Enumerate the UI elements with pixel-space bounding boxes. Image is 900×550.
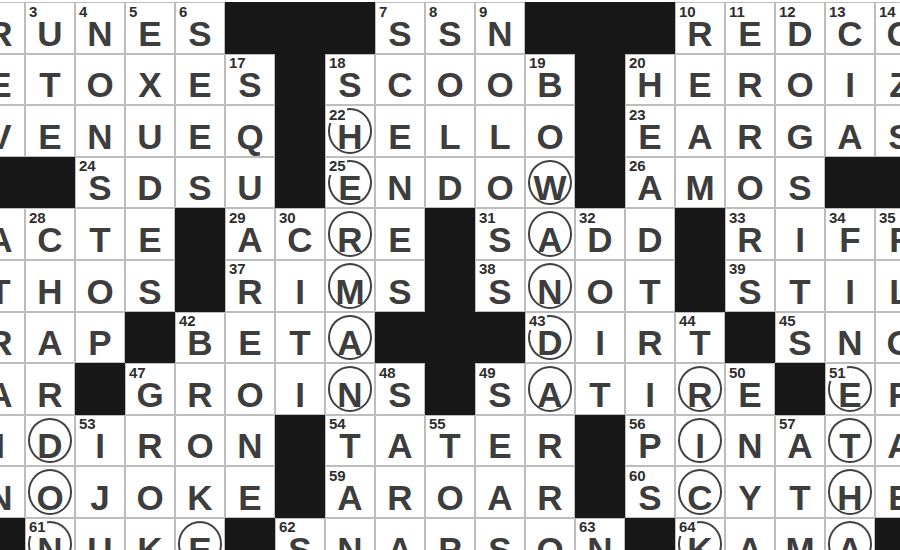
cell-r2-c8[interactable]: C (375, 54, 425, 106)
cell-r11-c7[interactable]: N (325, 518, 375, 550)
cell-r6-c7[interactable]: M (325, 260, 375, 312)
cell-r1-c1[interactable]: 3U (25, 2, 75, 54)
cell-letter: S (188, 170, 211, 205)
cell-r5-c12[interactable]: 32D (575, 208, 625, 260)
clue-number: 48 (379, 365, 397, 382)
cell-letter: D (637, 222, 662, 257)
cell-r9-c11[interactable]: R (525, 415, 575, 467)
cell-r11-c1[interactable]: 61N (25, 518, 75, 550)
cell-r4-c2[interactable]: 24S (75, 157, 125, 209)
cell-letter: R (537, 428, 562, 463)
cell-r10-c4[interactable]: K (175, 466, 225, 518)
cell-r9-c10[interactable]: E (475, 415, 525, 467)
cell-r7-c12[interactable]: I (575, 312, 625, 364)
cell-letter: E (738, 16, 761, 51)
cell-r6-c15[interactable]: 39S (725, 260, 775, 312)
cell-letter: R (687, 16, 712, 51)
cell-r4-c12 (575, 157, 625, 209)
cell-r1-c17[interactable]: 13C (825, 2, 875, 54)
cell-r10-c3[interactable]: O (125, 466, 175, 518)
cell-r11-c8[interactable]: A (375, 518, 425, 550)
cell-letter: K (137, 532, 162, 550)
cell-r6-c8[interactable]: S (375, 260, 425, 312)
cell-r7-c8 (375, 312, 425, 364)
cell-r2-c7[interactable]: 18S (325, 54, 375, 106)
cell-r6-c12[interactable]: O (575, 260, 625, 312)
cell-r2-c9[interactable]: O (425, 54, 475, 106)
cell-letter: A (37, 325, 62, 360)
cell-r3-c13[interactable]: 23E (625, 105, 675, 157)
clue-number: 45 (779, 313, 797, 330)
clue-number: 11 (729, 4, 746, 21)
cell-letter: E (388, 222, 411, 257)
cell-r3-c12 (575, 105, 625, 157)
cell-letter: H (837, 480, 862, 515)
cell-r3-c11[interactable]: O (525, 105, 575, 157)
cell-letter: R (637, 325, 662, 360)
cell-letter: N (537, 274, 562, 309)
clue-number: 26 (629, 158, 647, 175)
cell-r6-c13[interactable]: T (625, 260, 675, 312)
cell-r3-c17[interactable]: A (825, 105, 875, 157)
cell-letter: S (888, 119, 900, 154)
cell-r10-c11[interactable]: R (525, 466, 575, 518)
cell-r4-c6 (275, 157, 325, 209)
cell-letter: A (737, 532, 762, 550)
cell-letter: T (689, 325, 710, 360)
cell-letter: R (737, 119, 762, 154)
cell-r1-c5 (225, 2, 275, 54)
cell-letter: M (685, 170, 714, 205)
clue-number: 6 (179, 4, 188, 21)
cell-letter: N (337, 532, 362, 550)
clue-number: 24 (79, 158, 97, 175)
cell-letter: N (387, 170, 412, 205)
cell-letter: N (237, 428, 262, 463)
cell-r2-c16[interactable]: O (775, 54, 825, 106)
cell-letter: A (887, 428, 900, 463)
cell-letter: T (439, 428, 460, 463)
cell-r11-c4[interactable]: E (175, 518, 225, 550)
cell-r4-c14[interactable]: M (675, 157, 725, 209)
cell-r9-c18[interactable]: A (875, 415, 900, 467)
cell-r9-c1[interactable]: D (25, 415, 75, 467)
cell-r10-c15[interactable]: Y (725, 466, 775, 518)
cell-r5-c5[interactable]: 29A (225, 208, 275, 260)
cell-r9-c16[interactable]: 57A (775, 415, 825, 467)
cell-r9-c8[interactable]: A (375, 415, 425, 467)
cell-letter: N (837, 325, 862, 360)
cell-letter: H (37, 274, 62, 309)
cell-r9-c12 (575, 415, 625, 467)
cell-letter: N (87, 119, 112, 154)
cell-letter: O (186, 428, 213, 463)
cell-r1-c9[interactable]: 8S (425, 2, 475, 54)
cell-letter: F (839, 222, 860, 257)
cell-r11-c6[interactable]: 62S (275, 518, 325, 550)
cell-r2-c0[interactable]: E (0, 54, 25, 106)
cell-r7-c17[interactable]: N (825, 312, 875, 364)
cell-r10-c7[interactable]: 59A (325, 466, 375, 518)
cell-r1-c8[interactable]: 7S (375, 2, 425, 54)
cell-r4-c13[interactable]: 26A (625, 157, 675, 209)
cell-letter: H (637, 67, 662, 102)
cell-r5-c8[interactable]: E (375, 208, 425, 260)
cell-r6-c17[interactable]: I (825, 260, 875, 312)
cell-r9-c7[interactable]: 54T (325, 415, 375, 467)
cell-r1-c11 (525, 2, 575, 54)
clue-number: 14 (879, 4, 897, 21)
cell-r5-c3[interactable]: E (125, 208, 175, 260)
cell-r11-c14[interactable]: 64K (675, 518, 725, 550)
cell-r8-c5[interactable]: O (225, 363, 275, 415)
cell-r8-c1[interactable]: R (25, 363, 75, 415)
cell-r11-c15[interactable]: A (725, 518, 775, 550)
cell-r8-c17[interactable]: 51E (825, 363, 875, 415)
clue-number: 38 (479, 261, 497, 278)
cell-r4-c0 (0, 157, 25, 209)
cell-r6-c6[interactable]: I (275, 260, 325, 312)
cell-r5-c6[interactable]: 30C (275, 208, 325, 260)
cell-r2-c5[interactable]: 17S (225, 54, 275, 106)
cell-r6-c10[interactable]: 38S (475, 260, 525, 312)
cell-r5-c17[interactable]: 34F (825, 208, 875, 260)
cell-r8-c8[interactable]: 48S (375, 363, 425, 415)
cell-r3-c16[interactable]: G (775, 105, 825, 157)
cell-r7-c18[interactable]: O (875, 312, 900, 364)
cell-r2-c10[interactable]: O (475, 54, 525, 106)
cell-r3-c5[interactable]: Q (225, 105, 275, 157)
cell-r2-c4[interactable]: E (175, 54, 225, 106)
cell-letter: L (439, 119, 460, 154)
cell-letter: O (86, 67, 113, 102)
cell-r6-c9 (425, 260, 475, 312)
cell-r10-c5[interactable]: E (225, 466, 275, 518)
cell-r2-c1[interactable]: T (25, 54, 75, 106)
cell-r3-c1[interactable]: E (25, 105, 75, 157)
cell-r7-c5[interactable]: E (225, 312, 275, 364)
cell-r8-c12[interactable]: T (575, 363, 625, 415)
cell-letter: D (587, 222, 612, 257)
cell-r5-c15[interactable]: 33R (725, 208, 775, 260)
cell-letter: O (36, 480, 63, 515)
cell-r10-c16[interactable]: T (775, 466, 825, 518)
cell-r10-c8[interactable]: R (375, 466, 425, 518)
cell-r10-c14[interactable]: C (675, 466, 725, 518)
cell-r6-c11[interactable]: N (525, 260, 575, 312)
clue-number: 37 (229, 261, 247, 278)
clue-number: 53 (79, 416, 97, 433)
cell-letter: O (136, 480, 163, 515)
cell-letter: F (889, 222, 900, 257)
cell-letter: V (0, 119, 12, 154)
cell-letter: C (837, 16, 862, 51)
cell-letter: O (436, 67, 463, 102)
cell-letter: I (845, 274, 855, 309)
cell-letter: E (338, 170, 361, 205)
cell-r8-c14[interactable]: R (675, 363, 725, 415)
cell-r9-c6 (275, 415, 325, 467)
cell-r8-c18[interactable]: P (875, 363, 900, 415)
cell-r10-c13[interactable]: 60S (625, 466, 675, 518)
cell-letter: P (88, 325, 111, 360)
cell-r4-c9[interactable]: D (425, 157, 475, 209)
cell-letter: A (387, 428, 412, 463)
cell-r8-c6[interactable]: I (275, 363, 325, 415)
cell-r8-c7[interactable]: N (325, 363, 375, 415)
cell-letter: E (638, 119, 661, 154)
cell-r2-c17[interactable]: I (825, 54, 875, 106)
cell-r1-c2[interactable]: 4N (75, 2, 125, 54)
clue-number: 19 (529, 55, 547, 72)
cell-r5-c11[interactable]: A (525, 208, 575, 260)
cell-r7-c13[interactable]: R (625, 312, 675, 364)
cell-r1-c0[interactable]: R (0, 2, 25, 54)
cell-r8-c11[interactable]: A (525, 363, 575, 415)
clue-number: 25 (329, 158, 347, 175)
cell-r5-c16[interactable]: I (775, 208, 825, 260)
cell-r4-c3[interactable]: D (125, 157, 175, 209)
clue-number: 54 (329, 416, 347, 433)
cell-r11-c17[interactable]: A (825, 518, 875, 550)
cell-letter: G (786, 119, 813, 154)
cell-r3-c3[interactable]: U (125, 105, 175, 157)
cell-r4-c15[interactable]: O (725, 157, 775, 209)
cell-r2-c13[interactable]: 20H (625, 54, 675, 106)
cell-letter: E (188, 67, 211, 102)
cell-r10-c18[interactable]: E (875, 466, 900, 518)
cell-letter: O (486, 67, 513, 102)
cell-letter: O (536, 119, 563, 154)
cell-letter: R (387, 480, 412, 515)
cell-r3-c10[interactable]: L (475, 105, 525, 157)
cell-r3-c7[interactable]: 22H (325, 105, 375, 157)
cell-r2-c15[interactable]: R (725, 54, 775, 106)
cell-r7-c14[interactable]: 44T (675, 312, 725, 364)
cell-r5-c4 (175, 208, 225, 260)
cell-r4-c8[interactable]: N (375, 157, 425, 209)
cell-r10-c9[interactable]: O (425, 466, 475, 518)
cell-letter: R (0, 325, 13, 360)
cell-letter: N (0, 480, 13, 515)
cell-r4-c16[interactable]: S (775, 157, 825, 209)
cell-r11-c5 (225, 518, 275, 550)
cell-r1-c18[interactable]: 14O (875, 2, 900, 54)
cell-r4-c4[interactable]: S (175, 157, 225, 209)
cell-r1-c14[interactable]: 10R (675, 2, 725, 54)
cell-r1-c15[interactable]: 11E (725, 2, 775, 54)
cell-r1-c4[interactable]: 6S (175, 2, 225, 54)
clue-number: 18 (329, 55, 347, 72)
clue-number: 64 (679, 519, 697, 536)
cell-r5-c1[interactable]: 28C (25, 208, 75, 260)
cell-r3-c8[interactable]: E (375, 105, 425, 157)
cell-r9-c14[interactable]: I (675, 415, 725, 467)
cell-r2-c2[interactable]: O (75, 54, 125, 106)
cell-r2-c14[interactable]: E (675, 54, 725, 106)
cell-r8-c3[interactable]: 47G (125, 363, 175, 415)
cell-r9-c0[interactable]: I (0, 415, 25, 467)
cell-r11-c16[interactable]: M (775, 518, 825, 550)
clue-number: 60 (629, 468, 647, 485)
cell-letter: A (487, 480, 512, 515)
cell-r8-c10[interactable]: 49S (475, 363, 525, 415)
clue-number: 28 (29, 210, 47, 227)
cell-letter: E (388, 119, 411, 154)
cell-letter: T (339, 428, 360, 463)
cell-letter: I (645, 377, 655, 412)
cell-letter: R (237, 274, 262, 309)
cell-letter: O (786, 67, 813, 102)
clue-number: 13 (829, 4, 847, 21)
cell-r5-c2[interactable]: T (75, 208, 125, 260)
cell-r8-c0[interactable]: A (0, 363, 25, 415)
cell-letter: C (687, 480, 712, 515)
cell-letter: O (86, 274, 113, 309)
cell-r7-c6[interactable]: T (275, 312, 325, 364)
cell-r8-c13[interactable]: I (625, 363, 675, 415)
cell-letter: A (387, 532, 412, 550)
cell-r6-c0[interactable]: T (0, 260, 25, 312)
clue-number: 44 (679, 313, 697, 330)
cell-letter: D (787, 16, 812, 51)
cell-r11-c10[interactable]: S (475, 518, 525, 550)
cell-r10-c17[interactable]: H (825, 466, 875, 518)
cell-letter: H (337, 119, 362, 154)
cell-r11-c13 (625, 518, 675, 550)
cell-r1-c16[interactable]: 12D (775, 2, 825, 54)
cell-letter: X (138, 67, 161, 102)
clue-number: 20 (629, 55, 647, 72)
cell-r4-c5[interactable]: U (225, 157, 275, 209)
cell-letter: A (687, 119, 712, 154)
cell-r9-c4[interactable]: O (175, 415, 225, 467)
cell-r8-c15[interactable]: 50E (725, 363, 775, 415)
cell-r11-c2[interactable]: U (75, 518, 125, 550)
clue-number: 10 (679, 4, 697, 21)
cell-r3-c9[interactable]: L (425, 105, 475, 157)
cell-letter: M (785, 532, 814, 550)
cell-r2-c11[interactable]: 19B (525, 54, 575, 106)
cell-letter: W (533, 170, 566, 205)
cell-r11-c12[interactable]: 63N (575, 518, 625, 550)
cell-r8-c4[interactable]: R (175, 363, 225, 415)
cell-letter: E (38, 119, 61, 154)
cell-r10-c0[interactable]: N (0, 466, 25, 518)
cell-r3-c2[interactable]: N (75, 105, 125, 157)
cell-r3-c15[interactable]: R (725, 105, 775, 157)
cell-r7-c0[interactable]: R (0, 312, 25, 364)
cell-r11-c3[interactable]: K (125, 518, 175, 550)
clue-number: 23 (629, 107, 647, 124)
cell-r6-c2[interactable]: O (75, 260, 125, 312)
cell-r8-c16 (775, 363, 825, 415)
cell-r11-c11[interactable]: O (525, 518, 575, 550)
cell-letter: T (789, 274, 810, 309)
cell-r10-c1[interactable]: O (25, 466, 75, 518)
cell-r5-c0[interactable]: A (0, 208, 25, 260)
cell-r7-c1[interactable]: A (25, 312, 75, 364)
cell-r9-c17[interactable]: T (825, 415, 875, 467)
clue-number: 31 (479, 210, 497, 227)
cell-r3-c4[interactable]: E (175, 105, 225, 157)
cell-letter: O (736, 170, 763, 205)
cell-r5-c14 (675, 208, 725, 260)
clue-number: 42 (179, 313, 197, 330)
cell-r9-c2[interactable]: 53I (75, 415, 125, 467)
cell-r5-c13[interactable]: D (625, 208, 675, 260)
cell-letter: T (289, 325, 310, 360)
cell-r4-c11[interactable]: W (525, 157, 575, 209)
cell-r1-c6 (275, 2, 325, 54)
cell-r5-c10[interactable]: 31S (475, 208, 525, 260)
cell-r4-c7[interactable]: 25E (325, 157, 375, 209)
clue-number: 35 (879, 210, 897, 227)
cell-r10-c2[interactable]: J (75, 466, 125, 518)
cell-r9-c15[interactable]: N (725, 415, 775, 467)
cell-r6-c1[interactable]: H (25, 260, 75, 312)
cell-r7-c7[interactable]: A (325, 312, 375, 364)
cell-r7-c16[interactable]: 45S (775, 312, 825, 364)
cell-r9-c9[interactable]: 55T (425, 415, 475, 467)
cell-r6-c18[interactable]: L (875, 260, 900, 312)
cell-r3-c0[interactable]: V (0, 105, 25, 157)
cell-letter: U (237, 170, 262, 205)
cell-r7-c11[interactable]: 43D (525, 312, 575, 364)
cell-r7-c4[interactable]: 42B (175, 312, 225, 364)
cell-r2-c3[interactable]: X (125, 54, 175, 106)
cell-r9-c13[interactable]: 56P (625, 415, 675, 467)
clue-number: 61 (29, 519, 47, 536)
cell-letter: U (37, 16, 62, 51)
cell-letter: S (388, 274, 411, 309)
cell-r4-c17 (825, 157, 875, 209)
cell-r3-c14[interactable]: A (675, 105, 725, 157)
cell-r7-c15 (725, 312, 775, 364)
cell-r4-c10[interactable]: O (475, 157, 525, 209)
cell-r9-c5[interactable]: N (225, 415, 275, 467)
cell-letter: T (839, 428, 860, 463)
cell-letter: J (90, 480, 109, 515)
cell-r6-c5[interactable]: 37R (225, 260, 275, 312)
cell-r5-c18[interactable]: 35F (875, 208, 900, 260)
cell-letter: S (788, 170, 811, 205)
cell-r11-c9[interactable]: P (425, 518, 475, 550)
cell-r3-c18[interactable]: S (875, 105, 900, 157)
cell-r9-c3[interactable]: R (125, 415, 175, 467)
cell-r2-c18[interactable]: Z (875, 54, 900, 106)
cell-letter: S (338, 67, 361, 102)
cell-r5-c7[interactable]: R (325, 208, 375, 260)
cell-letter: I (0, 428, 5, 463)
cell-r1-c3[interactable]: 5E (125, 2, 175, 54)
cell-letter: E (888, 480, 900, 515)
cell-letter: S (738, 274, 761, 309)
cell-r2-c6 (275, 54, 325, 106)
cell-r1-c12 (575, 2, 625, 54)
cell-r7-c2[interactable]: P (75, 312, 125, 364)
crossword-screenshot: R3U4N5E6S7S8S9N10R11E12D13C14OETOXE17S18… (0, 0, 900, 550)
cell-r6-c3[interactable]: S (125, 260, 175, 312)
cell-letter: T (639, 274, 660, 309)
cell-r6-c16[interactable]: T (775, 260, 825, 312)
clue-number: 55 (429, 416, 447, 433)
cell-letter: E (138, 16, 161, 51)
cell-r4-c18 (875, 157, 900, 209)
cell-letter: E (0, 67, 12, 102)
cell-r1-c10[interactable]: 9N (475, 2, 525, 54)
cell-r10-c10[interactable]: A (475, 466, 525, 518)
